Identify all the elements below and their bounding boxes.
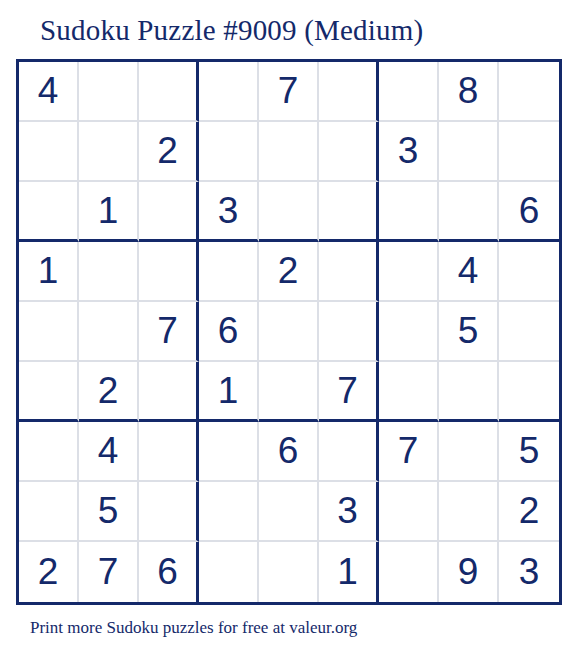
- sudoku-cell-r6c3: [139, 362, 199, 422]
- sudoku-cell-r1c3: [139, 62, 199, 122]
- sudoku-cell-r6c4: 1: [199, 362, 259, 422]
- sudoku-cell-r4c9: [499, 242, 559, 302]
- sudoku-cell-r3c7: [379, 182, 439, 242]
- sudoku-cell-r1c2: [79, 62, 139, 122]
- sudoku-cell-r7c1: [19, 422, 79, 482]
- sudoku-cell-r9c7: [379, 542, 439, 602]
- sudoku-cell-r9c9: 3: [499, 542, 559, 602]
- sudoku-cell-r5c3: 7: [139, 302, 199, 362]
- sudoku-cell-r8c2: 5: [79, 482, 139, 542]
- sudoku-cell-r5c5: [259, 302, 319, 362]
- sudoku-cell-r3c1: [19, 182, 79, 242]
- sudoku-cell-r5c9: [499, 302, 559, 362]
- sudoku-board: 478231361247652174675532276193: [16, 59, 562, 605]
- sudoku-cell-r6c9: [499, 362, 559, 422]
- sudoku-cell-r8c7: [379, 482, 439, 542]
- sudoku-cell-r5c8: 5: [439, 302, 499, 362]
- sudoku-cell-r5c7: [379, 302, 439, 362]
- sudoku-cell-r2c5: [259, 122, 319, 182]
- sudoku-cell-r8c6: 3: [319, 482, 379, 542]
- sudoku-cell-r1c1: 4: [19, 62, 79, 122]
- sudoku-cell-r7c5: 6: [259, 422, 319, 482]
- sudoku-cell-r7c9: 5: [499, 422, 559, 482]
- sudoku-cell-r9c4: [199, 542, 259, 602]
- sudoku-cell-r7c2: 4: [79, 422, 139, 482]
- sudoku-cell-r6c1: [19, 362, 79, 422]
- sudoku-cell-r4c5: 2: [259, 242, 319, 302]
- sudoku-cell-r4c8: 4: [439, 242, 499, 302]
- sudoku-cell-r6c2: 2: [79, 362, 139, 422]
- sudoku-cell-r7c4: [199, 422, 259, 482]
- sudoku-cell-r3c3: [139, 182, 199, 242]
- sudoku-cell-r3c9: 6: [499, 182, 559, 242]
- sudoku-cell-r1c5: 7: [259, 62, 319, 122]
- sudoku-cell-r8c5: [259, 482, 319, 542]
- sudoku-cell-r1c6: [319, 62, 379, 122]
- sudoku-cell-r8c8: [439, 482, 499, 542]
- sudoku-cell-r2c2: [79, 122, 139, 182]
- sudoku-cell-r3c8: [439, 182, 499, 242]
- page-title: Sudoku Puzzle #9009 (Medium): [40, 13, 574, 47]
- sudoku-cell-r2c6: [319, 122, 379, 182]
- sudoku-cell-r8c1: [19, 482, 79, 542]
- sudoku-cell-r4c1: 1: [19, 242, 79, 302]
- sudoku-cell-r3c6: [319, 182, 379, 242]
- sudoku-cell-r7c6: [319, 422, 379, 482]
- sudoku-cell-r1c4: [199, 62, 259, 122]
- sudoku-cell-r8c9: 2: [499, 482, 559, 542]
- sudoku-cell-r8c3: [139, 482, 199, 542]
- sudoku-cell-r5c4: 6: [199, 302, 259, 362]
- sudoku-cell-r4c6: [319, 242, 379, 302]
- sudoku-cell-r1c8: 8: [439, 62, 499, 122]
- sudoku-cell-r5c6: [319, 302, 379, 362]
- sudoku-cell-r2c9: [499, 122, 559, 182]
- sudoku-cell-r2c3: 2: [139, 122, 199, 182]
- sudoku-cell-r9c5: [259, 542, 319, 602]
- sudoku-cell-r9c1: 2: [19, 542, 79, 602]
- sudoku-cell-r7c3: [139, 422, 199, 482]
- sudoku-cell-r9c6: 1: [319, 542, 379, 602]
- sudoku-cell-r4c2: [79, 242, 139, 302]
- sudoku-cell-r3c4: 3: [199, 182, 259, 242]
- sudoku-cell-r7c8: [439, 422, 499, 482]
- sudoku-cell-r8c4: [199, 482, 259, 542]
- sudoku-cell-r3c5: [259, 182, 319, 242]
- footer-text: Print more Sudoku puzzles for free at va…: [30, 618, 574, 638]
- sudoku-cell-r2c8: [439, 122, 499, 182]
- sudoku-cell-r2c4: [199, 122, 259, 182]
- sudoku-cell-r9c3: 6: [139, 542, 199, 602]
- sudoku-cell-r2c1: [19, 122, 79, 182]
- sudoku-cell-r9c8: 9: [439, 542, 499, 602]
- sudoku-cell-r7c7: 7: [379, 422, 439, 482]
- sudoku-cell-r4c7: [379, 242, 439, 302]
- sudoku-cell-r2c7: 3: [379, 122, 439, 182]
- sudoku-cell-r6c6: 7: [319, 362, 379, 422]
- sudoku-cell-r6c8: [439, 362, 499, 422]
- sudoku-cell-r5c2: [79, 302, 139, 362]
- sudoku-cell-r4c3: [139, 242, 199, 302]
- sudoku-cell-r3c2: 1: [79, 182, 139, 242]
- sudoku-cell-r1c7: [379, 62, 439, 122]
- sudoku-cell-r5c1: [19, 302, 79, 362]
- sudoku-cell-r6c7: [379, 362, 439, 422]
- sudoku-cell-r6c5: [259, 362, 319, 422]
- sudoku-cell-r9c2: 7: [79, 542, 139, 602]
- sudoku-cell-r1c9: [499, 62, 559, 122]
- sudoku-cell-r4c4: [199, 242, 259, 302]
